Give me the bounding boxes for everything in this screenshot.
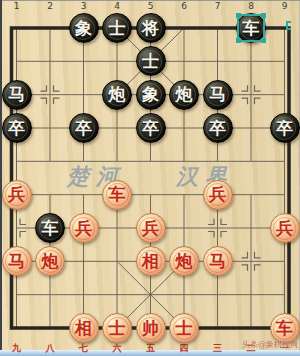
file-label-bottom-7: 三 [210,343,226,354]
piece-black-advisor[interactable]: 士 [102,13,132,43]
move-origin-marker [286,21,291,30]
piece-red-rook[interactable]: 车 [102,180,132,210]
piece-black-pawn[interactable]: 卒 [69,113,99,143]
piece-black-elephant[interactable]: 象 [136,80,166,110]
file-label-bottom-3: 七 [76,343,92,354]
file-label-top-7: 7 [210,1,226,12]
piece-black-pawn[interactable]: 卒 [203,113,233,143]
piece-black-pawn[interactable]: 卒 [136,113,166,143]
file-label-bottom-5: 五 [143,343,159,354]
file-label-bottom-6: 四 [176,343,192,354]
piece-black-rook[interactable]: 车 [236,13,266,43]
file-label-bottom-2: 八 [42,343,58,354]
piece-black-horse[interactable]: 马 [2,80,32,110]
piece-red-elephant[interactable]: 相 [136,246,166,276]
piece-red-pawn[interactable]: 兵 [270,213,300,243]
file-label-top-4: 4 [109,1,125,12]
file-label-top-3: 3 [76,1,92,12]
piece-red-advisor[interactable]: 士 [102,313,132,343]
piece-red-pawn[interactable]: 兵 [69,213,99,243]
piece-black-horse[interactable]: 马 [203,80,233,110]
piece-black-elephant[interactable]: 象 [69,13,99,43]
piece-red-horse[interactable]: 马 [2,246,32,276]
file-label-top-8: 8 [243,1,259,12]
piece-red-horse[interactable]: 马 [203,246,233,276]
piece-black-cannon[interactable]: 炮 [102,80,132,110]
xiangqi-app-screenshot: 象士将车士马炮象炮马卒卒卒卒卒车兵车兵兵兵兵马炮相炮马相士帅士车 楚河 汉界 头… [0,0,300,356]
file-label-top-9: 9 [277,1,293,12]
piece-black-rook[interactable]: 车 [35,213,65,243]
file-label-top-5: 5 [143,1,159,12]
file-label-top-6: 6 [176,1,192,12]
file-label-bottom-1: 九 [9,343,25,354]
piece-black-pawn[interactable]: 卒 [270,113,300,143]
piece-red-pawn[interactable]: 兵 [2,180,32,210]
piece-red-pawn[interactable]: 兵 [136,213,166,243]
file-label-bottom-4: 六 [109,343,125,354]
file-label-top-2: 2 [42,1,58,12]
watermark: 头条@象棋残局 [242,339,298,350]
piece-red-pawn[interactable]: 兵 [203,180,233,210]
piece-black-advisor[interactable]: 士 [136,46,166,76]
piece-red-elephant[interactable]: 相 [69,313,99,343]
piece-black-pawn[interactable]: 卒 [2,113,32,143]
piece-red-advisor[interactable]: 士 [169,313,199,343]
piece-red-general[interactable]: 帅 [136,313,166,343]
piece-black-cannon[interactable]: 炮 [169,80,199,110]
file-label-top-1: 1 [9,1,25,12]
piece-black-general[interactable]: 将 [136,13,166,43]
